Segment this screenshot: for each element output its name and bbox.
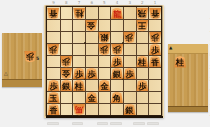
grid-line-vertical — [98, 7, 99, 115]
bottom-dash — [97, 122, 109, 125]
piece-kanji: 歩 — [26, 51, 34, 61]
piece-kanji: 歩 — [126, 69, 134, 79]
shogi-piece-sente[interactable]: 銀 — [60, 80, 72, 92]
piece-kanji: 金 — [62, 68, 70, 78]
file-label: 4 — [111, 0, 124, 5]
shogi-piece-sente[interactable]: 龍 — [111, 8, 123, 20]
piece-kanji: 歩 — [151, 32, 159, 42]
bottom-dash — [47, 122, 59, 125]
grid-line-vertical — [60, 7, 61, 115]
piece-kanji: 龍 — [113, 9, 121, 19]
shogi-piece-sente[interactable]: 桂 — [73, 80, 85, 92]
shogi-piece-sente[interactable]: 銀 — [123, 104, 135, 116]
piece-kanji: 銀 — [100, 32, 108, 42]
piece-kanji: 銀 — [62, 81, 70, 91]
piece-kanji: 桂 — [176, 57, 184, 67]
shogi-piece-gote[interactable]: 馬 — [73, 104, 85, 116]
piece-kanji: 歩 — [100, 44, 108, 54]
file-label: 5 — [98, 0, 111, 5]
rank-label: 九 — [209, 108, 210, 120]
rank-label: 八 — [209, 96, 210, 108]
piece-kanji: 王 — [138, 20, 146, 30]
shogi-piece-sente[interactable]: 桂 — [136, 56, 148, 68]
piece-kanji: 角 — [113, 93, 121, 103]
shogi-piece-sente[interactable]: 香 — [149, 56, 161, 68]
piece-kanji: 香 — [50, 8, 58, 18]
shogi-piece-sente[interactable]: 香 — [47, 104, 59, 116]
shogi-piece-sente[interactable]: 銀 — [111, 68, 123, 80]
bottom-dash — [147, 122, 159, 125]
shogi-piece-sente[interactable]: 歩 — [149, 44, 161, 56]
board-grid[interactable]: 香桂龍飛香金王銀歩歩歩歩歩歩歩歩桂香金歩歩銀歩歩銀桂金歩玉金角香馬銀 — [47, 7, 161, 115]
piece-kanji: 歩 — [50, 44, 58, 54]
shogi-piece-gote[interactable]: 銀 — [98, 32, 110, 44]
rank-label: 四 — [209, 48, 210, 60]
grid-line-vertical — [110, 7, 111, 115]
piece-kanji: 金 — [100, 81, 108, 91]
piece-kanji: 香 — [151, 57, 159, 67]
piece-kanji: 歩 — [151, 45, 159, 55]
rank-label: 五 — [209, 60, 210, 72]
piece-kanji: 歩 — [138, 81, 146, 91]
piece-kanji: 歩 — [126, 32, 134, 42]
gote-komadai[interactable]: △ 歩5 — [2, 33, 42, 87]
shogi-piece-gote[interactable]: 歩 — [24, 51, 36, 63]
grid-line-vertical — [148, 7, 149, 115]
shogi-piece-gote[interactable]: 歩 — [60, 56, 72, 68]
shogi-piece-sente[interactable]: 歩 — [136, 80, 148, 92]
shogi-piece-gote[interactable]: 歩 — [149, 32, 161, 44]
rank-label: 二 — [209, 24, 210, 36]
shogi-piece-sente[interactable]: 金 — [85, 92, 97, 104]
shogi-app-screen: △ 歩5 987654321 一二三四五六七八九 香桂龍飛香金王銀歩歩歩歩歩歩歩… — [0, 0, 210, 127]
shogi-piece-gote[interactable]: 香 — [47, 8, 59, 20]
shogi-piece-gote[interactable]: 桂 — [73, 8, 85, 20]
piece-kanji: 玉 — [50, 93, 58, 103]
grid-line-horizontal — [47, 19, 161, 20]
file-label: 2 — [136, 0, 149, 5]
shogi-piece-gote[interactable]: 飛 — [136, 8, 148, 20]
shogi-piece-sente[interactable]: 歩 — [85, 68, 97, 80]
shogi-piece-gote[interactable]: 金 — [85, 20, 97, 32]
piece-kanji: 歩 — [113, 44, 121, 54]
grid-line-vertical — [85, 7, 86, 115]
shogi-piece-sente[interactable]: 歩 — [73, 68, 85, 80]
file-label: 9 — [47, 0, 60, 5]
shogi-piece-gote[interactable]: 王 — [136, 20, 148, 32]
shogi-piece-sente[interactable]: 金 — [98, 80, 110, 92]
piece-kanji: 歩 — [88, 69, 96, 79]
grid-line-vertical — [72, 7, 73, 115]
grid-line-vertical — [136, 7, 137, 115]
shogi-piece-gote[interactable]: 歩 — [111, 44, 123, 56]
piece-kanji: 金 — [88, 93, 96, 103]
shogi-piece-sente[interactable]: 角 — [111, 92, 123, 104]
piece-kanji: 歩 — [113, 57, 121, 67]
grid-line-vertical — [123, 7, 124, 115]
shogi-piece-sente[interactable]: 桂 — [174, 56, 186, 68]
bottom-dash — [110, 122, 122, 125]
bottom-dash — [72, 122, 84, 125]
file-labels: 987654321 — [47, 0, 161, 5]
shogi-piece-gote[interactable]: 香 — [149, 8, 161, 20]
shogi-piece-gote[interactable]: 歩 — [98, 44, 110, 56]
rank-label: 六 — [209, 72, 210, 84]
shogi-piece-gote[interactable]: 金 — [60, 68, 72, 80]
grid-line-horizontal — [47, 79, 161, 80]
grid-line-horizontal — [47, 31, 161, 32]
rank-label: 三 — [209, 36, 210, 48]
file-label: 6 — [85, 0, 98, 5]
shogi-piece-sente[interactable]: 歩 — [47, 80, 59, 92]
piece-kanji: 馬 — [75, 104, 83, 114]
shogi-piece-gote[interactable]: 歩 — [47, 44, 59, 56]
komadai-front-edge — [2, 79, 42, 87]
shogi-board: 987654321 一二三四五六七八九 香桂龍飛香金王銀歩歩歩歩歩歩歩歩桂香金歩… — [44, 5, 164, 118]
gote-indicator: △ — [4, 71, 8, 76]
file-label: 3 — [123, 0, 136, 5]
piece-kanji: 香 — [151, 8, 159, 18]
piece-kanji: 歩 — [62, 56, 70, 66]
hand-piece-count: 5 — [36, 56, 39, 61]
shogi-piece-gote[interactable]: 歩 — [123, 32, 135, 44]
bottom-dash — [133, 122, 145, 125]
rank-label: 七 — [209, 84, 210, 96]
piece-kanji: 桂 — [138, 57, 146, 67]
piece-kanji: 銀 — [126, 105, 134, 115]
sente-indicator: ▲ — [169, 45, 172, 50]
komadai-front-edge — [168, 106, 208, 112]
shogi-piece-sente[interactable]: 玉 — [47, 92, 59, 104]
shogi-piece-sente[interactable]: 歩 — [123, 68, 135, 80]
piece-kanji: 桂 — [75, 81, 83, 91]
file-label: 8 — [60, 0, 73, 5]
file-label: 1 — [149, 0, 162, 5]
piece-kanji: 飛 — [138, 8, 146, 18]
piece-kanji: 歩 — [50, 81, 58, 91]
komadai-top-edge — [168, 44, 208, 54]
rank-label: 一 — [209, 12, 210, 24]
piece-kanji: 金 — [88, 20, 96, 30]
piece-kanji: 香 — [50, 105, 58, 115]
file-label: 7 — [73, 0, 86, 5]
piece-kanji: 歩 — [75, 69, 83, 79]
grid-line-horizontal — [47, 103, 161, 104]
sente-komadai[interactable]: ▲ 桂 — [168, 44, 208, 112]
piece-kanji: 桂 — [75, 8, 83, 18]
piece-kanji: 銀 — [113, 69, 121, 79]
shogi-piece-sente[interactable]: 歩 — [111, 56, 123, 68]
rank-labels: 一二三四五六七八九 — [209, 12, 210, 120]
